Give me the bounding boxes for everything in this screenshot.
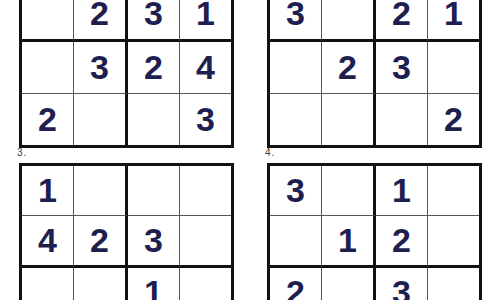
sudoku-cell-r3c3[interactable]: 3: [376, 268, 428, 300]
sudoku-cell-r4c3[interactable]: [128, 94, 180, 145]
sudoku-cell-r3c4[interactable]: 4: [180, 42, 231, 94]
sudoku-cell-r1c4[interactable]: [180, 166, 231, 216]
sudoku-cell-r1c2[interactable]: [74, 166, 128, 216]
sudoku-grid-2: 321232: [267, 0, 482, 148]
worksheet-page: 3. 4. 23132423 321232 14231 311223: [0, 0, 500, 300]
sudoku-cell-r2c4[interactable]: 1: [180, 0, 231, 42]
sudoku-cell-r2c1[interactable]: 3: [270, 0, 322, 42]
sudoku-cell-r1c1[interactable]: 1: [22, 166, 74, 216]
sudoku-cell-r2c2[interactable]: 2: [74, 0, 128, 42]
sudoku-cell-r3c2[interactable]: [74, 268, 128, 300]
sudoku-cell-r3c4[interactable]: [428, 42, 479, 94]
sudoku-cell-r2c1[interactable]: [22, 0, 74, 42]
sudoku-cell-r4c3[interactable]: [376, 94, 428, 145]
sudoku-cell-r1c1[interactable]: 3: [270, 166, 322, 216]
sudoku-cell-r4c1[interactable]: [270, 94, 322, 145]
sudoku-cell-r4c4[interactable]: 2: [428, 94, 479, 145]
sudoku-cell-r2c3[interactable]: 2: [376, 216, 428, 268]
sudoku-cell-r4c4[interactable]: 3: [180, 94, 231, 145]
sudoku-cell-r2c3[interactable]: 3: [128, 216, 180, 268]
sudoku-cell-r2c1[interactable]: [270, 216, 322, 268]
sudoku-cell-r3c2[interactable]: 2: [322, 42, 376, 94]
sudoku-cell-r3c3[interactable]: 1: [128, 268, 180, 300]
sudoku-cell-r3c4[interactable]: [428, 268, 479, 300]
sudoku-cell-r2c4[interactable]: [180, 216, 231, 268]
sudoku-cell-r1c4[interactable]: [428, 166, 479, 216]
sudoku-grid-4: 311223: [267, 163, 482, 300]
sudoku-grid-1: 23132423: [19, 0, 234, 148]
sudoku-cell-r3c3[interactable]: 3: [376, 42, 428, 94]
sudoku-cell-r4c2[interactable]: [74, 94, 128, 145]
sudoku-cell-r1c3[interactable]: 1: [376, 166, 428, 216]
sudoku-cell-r3c1[interactable]: [270, 42, 322, 94]
sudoku-cell-r3c1[interactable]: 2: [270, 268, 322, 300]
sudoku-cell-r2c2[interactable]: 1: [322, 216, 376, 268]
sudoku-cell-r4c1[interactable]: 2: [22, 94, 74, 145]
sudoku-cell-r3c3[interactable]: 2: [128, 42, 180, 94]
sudoku-cell-r3c1[interactable]: [22, 268, 74, 300]
sudoku-cell-r2c3[interactable]: 2: [376, 0, 428, 42]
sudoku-cell-r3c1[interactable]: [22, 42, 74, 94]
sudoku-cell-r2c1[interactable]: 4: [22, 216, 74, 268]
puzzle-4-label: 4.: [265, 147, 275, 158]
sudoku-cell-r3c4[interactable]: [180, 268, 231, 300]
sudoku-cell-r3c2[interactable]: 3: [74, 42, 128, 94]
sudoku-cell-r1c2[interactable]: [322, 166, 376, 216]
sudoku-cell-r2c4[interactable]: 1: [428, 0, 479, 42]
sudoku-cell-r2c3[interactable]: 3: [128, 0, 180, 42]
puzzle-3-label: 3.: [17, 147, 27, 158]
sudoku-cell-r1c3[interactable]: [128, 166, 180, 216]
sudoku-cell-r2c2[interactable]: 2: [74, 216, 128, 268]
sudoku-cell-r2c4[interactable]: [428, 216, 479, 268]
sudoku-grid-3: 14231: [19, 163, 234, 300]
sudoku-cell-r4c2[interactable]: [322, 94, 376, 145]
sudoku-cell-r2c2[interactable]: [322, 0, 376, 42]
sudoku-cell-r3c2[interactable]: [322, 268, 376, 300]
